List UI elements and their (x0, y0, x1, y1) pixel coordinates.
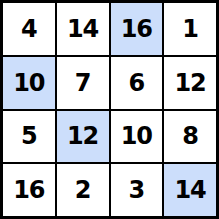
grid-cell-r1c1[interactable]: 7 (57, 57, 109, 109)
grid-cell-r1c0[interactable]: 10 (3, 57, 55, 109)
grid-cell-r2c0[interactable]: 5 (3, 111, 55, 163)
grid-cell-r2c1[interactable]: 12 (57, 111, 109, 163)
grid-cell-r2c2[interactable]: 10 (111, 111, 163, 163)
number-grid-board: 414161107612512108162314 (0, 0, 219, 219)
grid-cell-r3c1[interactable]: 2 (57, 164, 109, 216)
grid-cell-r1c2[interactable]: 6 (111, 57, 163, 109)
grid-cell-r0c3[interactable]: 1 (164, 3, 216, 55)
grid-cell-r3c3[interactable]: 14 (164, 164, 216, 216)
grid-cell-r0c1[interactable]: 14 (57, 3, 109, 55)
grid-cell-r3c0[interactable]: 16 (3, 164, 55, 216)
grid-cell-r1c3[interactable]: 12 (164, 57, 216, 109)
grid-cell-r2c3[interactable]: 8 (164, 111, 216, 163)
grid-cell-r0c2[interactable]: 16 (111, 3, 163, 55)
grid-cell-r0c0[interactable]: 4 (3, 3, 55, 55)
grid-cell-r3c2[interactable]: 3 (111, 164, 163, 216)
